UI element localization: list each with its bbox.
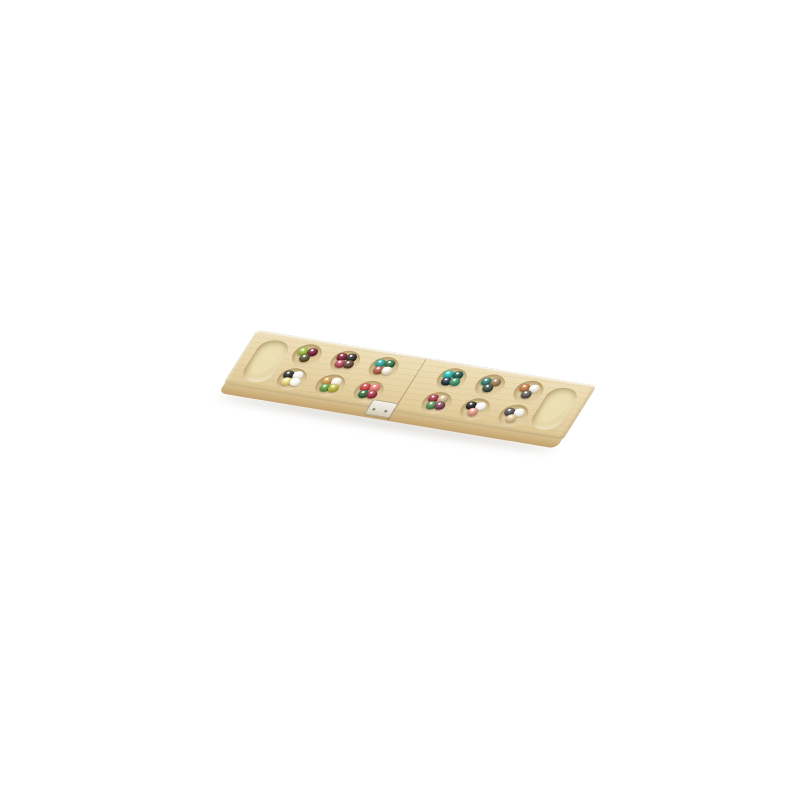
product-photo [0,0,800,800]
pit-bottom-2 [310,372,350,398]
pit-top-3 [363,355,403,381]
pit-bottom-5 [455,396,495,422]
pit-top-4 [431,366,471,392]
pit-bottom-1 [272,366,312,392]
pit-top-1 [287,342,327,368]
hinge-screw [384,410,388,413]
mancala-board [217,330,597,449]
hinge-screw [372,408,376,411]
pit-bottom-6 [493,402,533,428]
pit-top-5 [470,372,510,398]
pit-top-2 [325,348,365,374]
pit-bottom-4 [416,390,456,416]
